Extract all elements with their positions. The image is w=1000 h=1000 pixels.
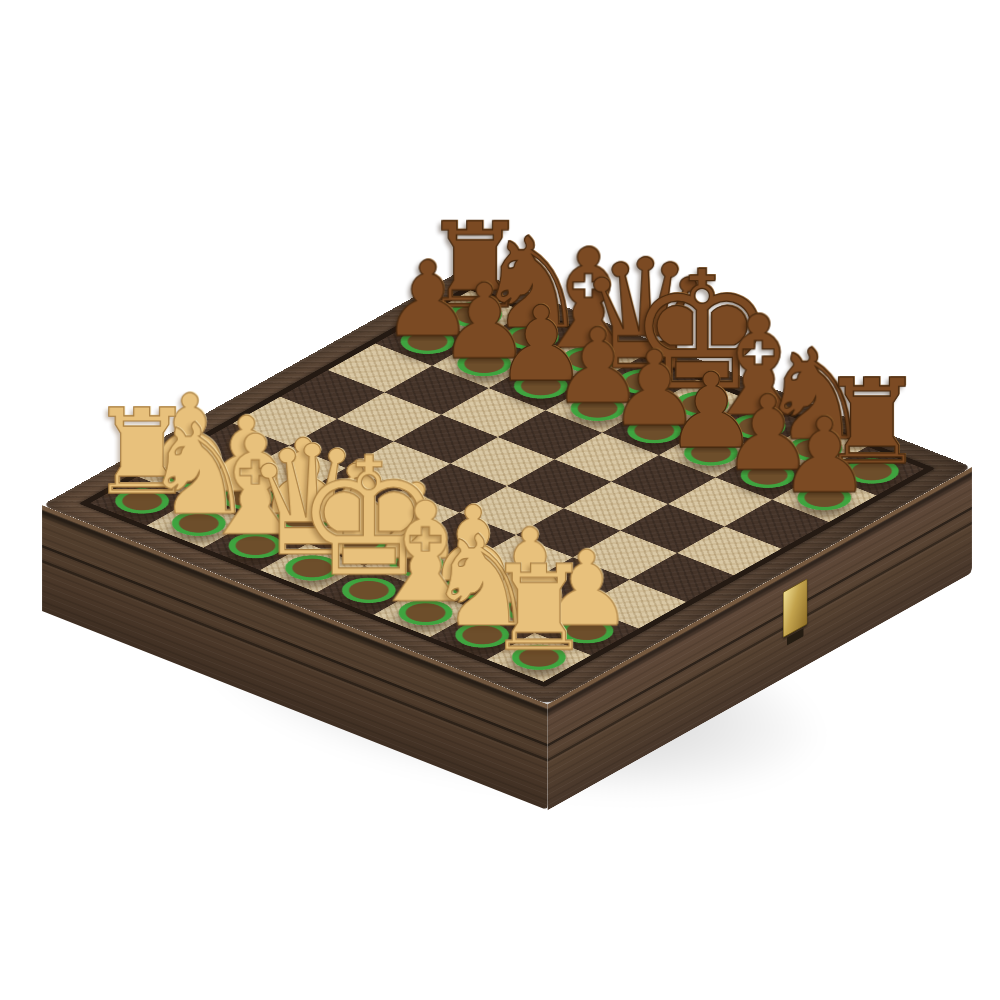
photo-background: ♜♞♝♛♚♝♞♜♟♟♟♟♟♟♟♟♟♟♟♟♟♟♟♟♜♞♝♛♚♝♞♜ [0,0,1000,1000]
white-rook-icon: ♜ [439,549,639,667]
chess-box: ♜♞♝♛♚♝♞♜♟♟♟♟♟♟♟♟♟♟♟♟♟♟♟♟♜♞♝♛♚♝♞♜ [42,268,972,705]
piece-billboard: ♟ [724,394,924,498]
brass-latch [783,578,807,650]
black-pawn-icon: ♟ [724,404,924,508]
latch-plate [783,578,807,638]
piece-billboard: ♜ [439,539,639,657]
